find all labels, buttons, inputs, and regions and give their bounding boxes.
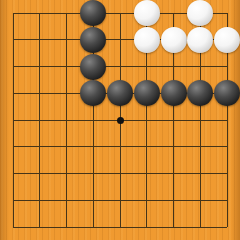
board-point-a3[interactable] xyxy=(0,160,26,187)
black-stone xyxy=(80,54,106,80)
board-point-d9[interactable] xyxy=(80,0,107,26)
board-point-e9[interactable] xyxy=(107,0,134,26)
white-stone xyxy=(187,27,213,53)
black-stone xyxy=(214,80,240,106)
board-point-b2[interactable] xyxy=(26,187,53,214)
board-point-c8[interactable] xyxy=(53,26,80,53)
board-point-j9[interactable] xyxy=(214,0,240,26)
board-point-a7[interactable] xyxy=(0,53,26,80)
board-point-d4[interactable] xyxy=(80,133,107,160)
board-point-f8[interactable] xyxy=(133,26,160,53)
board-point-e7[interactable] xyxy=(107,53,134,80)
board-point-c1[interactable] xyxy=(53,214,80,240)
board-point-j3[interactable] xyxy=(214,160,240,187)
board-point-d1[interactable] xyxy=(80,214,107,240)
board-point-c7[interactable] xyxy=(53,53,80,80)
board-point-j6[interactable] xyxy=(214,80,240,107)
board-point-h6[interactable] xyxy=(187,80,214,107)
board-point-e3[interactable] xyxy=(107,160,134,187)
board-point-c5[interactable] xyxy=(53,107,80,134)
board-point-g3[interactable] xyxy=(160,160,187,187)
go-board xyxy=(0,0,240,240)
board-point-j2[interactable] xyxy=(214,187,240,214)
board-point-c6[interactable] xyxy=(53,80,80,107)
board-point-h9[interactable] xyxy=(187,0,214,26)
board-point-g7[interactable] xyxy=(160,53,187,80)
board-point-f5[interactable] xyxy=(133,107,160,134)
board-point-g5[interactable] xyxy=(160,107,187,134)
board-point-h2[interactable] xyxy=(187,187,214,214)
white-stone xyxy=(134,27,160,53)
board-point-d7[interactable] xyxy=(80,53,107,80)
board-point-f6[interactable] xyxy=(133,80,160,107)
black-stone xyxy=(80,27,106,53)
board-point-h3[interactable] xyxy=(187,160,214,187)
white-stone xyxy=(187,0,213,26)
board-point-a1[interactable] xyxy=(0,214,26,240)
board-points xyxy=(0,0,240,240)
board-point-a9[interactable] xyxy=(0,0,26,26)
black-stone xyxy=(187,80,213,106)
board-point-j5[interactable] xyxy=(214,107,240,134)
board-point-j1[interactable] xyxy=(214,214,240,240)
white-stone xyxy=(161,27,187,53)
board-point-b9[interactable] xyxy=(26,0,53,26)
board-point-j8[interactable] xyxy=(214,26,240,53)
star-point xyxy=(117,117,124,124)
board-point-h4[interactable] xyxy=(187,133,214,160)
board-point-d3[interactable] xyxy=(80,160,107,187)
board-point-h7[interactable] xyxy=(187,53,214,80)
board-point-j4[interactable] xyxy=(214,133,240,160)
black-stone xyxy=(80,0,106,26)
board-point-b7[interactable] xyxy=(26,53,53,80)
board-point-g8[interactable] xyxy=(160,26,187,53)
board-point-g4[interactable] xyxy=(160,133,187,160)
board-point-e1[interactable] xyxy=(107,214,134,240)
board-point-b1[interactable] xyxy=(26,214,53,240)
board-point-f3[interactable] xyxy=(133,160,160,187)
board-point-e2[interactable] xyxy=(107,187,134,214)
board-point-c4[interactable] xyxy=(53,133,80,160)
board-point-h8[interactable] xyxy=(187,26,214,53)
board-point-f9[interactable] xyxy=(133,0,160,26)
board-point-e4[interactable] xyxy=(107,133,134,160)
board-point-f1[interactable] xyxy=(133,214,160,240)
board-point-d2[interactable] xyxy=(80,187,107,214)
board-point-g9[interactable] xyxy=(160,0,187,26)
board-point-a4[interactable] xyxy=(0,133,26,160)
board-point-e8[interactable] xyxy=(107,26,134,53)
board-point-g1[interactable] xyxy=(160,214,187,240)
board-point-h1[interactable] xyxy=(187,214,214,240)
board-point-b6[interactable] xyxy=(26,80,53,107)
board-point-f4[interactable] xyxy=(133,133,160,160)
board-point-f2[interactable] xyxy=(133,187,160,214)
board-point-d8[interactable] xyxy=(80,26,107,53)
board-point-e6[interactable] xyxy=(107,80,134,107)
board-point-b5[interactable] xyxy=(26,107,53,134)
board-point-g2[interactable] xyxy=(160,187,187,214)
black-stone xyxy=(134,80,160,106)
board-point-e5[interactable] xyxy=(107,107,134,134)
black-stone xyxy=(80,80,106,106)
black-stone xyxy=(161,80,187,106)
board-point-c3[interactable] xyxy=(53,160,80,187)
board-point-a6[interactable] xyxy=(0,80,26,107)
board-point-c2[interactable] xyxy=(53,187,80,214)
board-point-a8[interactable] xyxy=(0,26,26,53)
board-point-h5[interactable] xyxy=(187,107,214,134)
board-point-d6[interactable] xyxy=(80,80,107,107)
board-point-b3[interactable] xyxy=(26,160,53,187)
board-point-a2[interactable] xyxy=(0,187,26,214)
board-point-f7[interactable] xyxy=(133,53,160,80)
board-point-c9[interactable] xyxy=(53,0,80,26)
board-point-d5[interactable] xyxy=(80,107,107,134)
board-point-j7[interactable] xyxy=(214,53,240,80)
white-stone xyxy=(134,0,160,26)
board-point-b8[interactable] xyxy=(26,26,53,53)
board-point-a5[interactable] xyxy=(0,107,26,134)
black-stone xyxy=(107,80,133,106)
white-stone xyxy=(214,27,240,53)
board-point-b4[interactable] xyxy=(26,133,53,160)
board-point-g6[interactable] xyxy=(160,80,187,107)
